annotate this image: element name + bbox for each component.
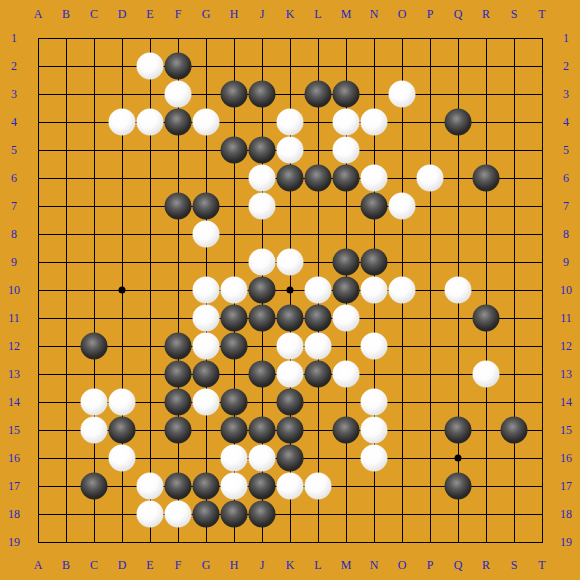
black-stone: ● xyxy=(333,165,360,192)
row-label-left: 16 xyxy=(8,452,20,464)
white-stone: ○ xyxy=(137,473,164,500)
white-stone: ○ xyxy=(361,445,388,472)
black-stone: ● xyxy=(165,361,192,388)
white-stone: ○ xyxy=(109,445,136,472)
row-label-left: 14 xyxy=(8,396,20,408)
white-stone: ○ xyxy=(81,417,108,444)
column-label-bottom: K xyxy=(286,559,295,571)
column-label-top: H xyxy=(230,8,239,20)
column-label-top: L xyxy=(314,8,321,20)
column-label-bottom: H xyxy=(230,559,239,571)
row-label-right: 6 xyxy=(563,172,569,184)
row-label-right: 16 xyxy=(560,452,572,464)
white-stone: ○ xyxy=(165,81,192,108)
white-stone: ○ xyxy=(277,333,304,360)
white-stone: ○ xyxy=(277,361,304,388)
column-label-top: S xyxy=(511,8,518,20)
white-stone: ○ xyxy=(333,361,360,388)
black-stone: ● xyxy=(165,473,192,500)
black-stone: ● xyxy=(249,81,276,108)
black-stone: ● xyxy=(305,81,332,108)
row-label-right: 5 xyxy=(563,144,569,156)
column-label-bottom: R xyxy=(482,559,490,571)
white-stone: ○ xyxy=(361,109,388,136)
black-stone: ● xyxy=(165,193,192,220)
row-label-left: 18 xyxy=(8,508,20,520)
white-stone: ○ xyxy=(389,193,416,220)
white-stone: ○ xyxy=(249,165,276,192)
column-label-top: N xyxy=(370,8,379,20)
black-stone: ● xyxy=(165,333,192,360)
white-stone: ○ xyxy=(305,333,332,360)
black-stone: ● xyxy=(249,361,276,388)
board-grid-line xyxy=(430,38,431,543)
black-stone: ● xyxy=(249,417,276,444)
black-stone: ● xyxy=(249,277,276,304)
column-label-bottom: B xyxy=(62,559,70,571)
white-stone: ○ xyxy=(361,333,388,360)
black-stone: ● xyxy=(249,305,276,332)
column-label-bottom: O xyxy=(398,559,407,571)
black-stone: ● xyxy=(445,109,472,136)
white-stone: ○ xyxy=(109,109,136,136)
row-label-right: 2 xyxy=(563,60,569,72)
black-stone: ● xyxy=(81,473,108,500)
row-label-left: 12 xyxy=(8,340,20,352)
black-stone: ● xyxy=(361,193,388,220)
white-stone: ○ xyxy=(305,473,332,500)
white-stone: ○ xyxy=(361,417,388,444)
row-label-left: 7 xyxy=(11,200,17,212)
white-stone: ○ xyxy=(137,501,164,528)
white-stone: ○ xyxy=(389,81,416,108)
black-stone: ● xyxy=(221,389,248,416)
column-label-top: F xyxy=(175,8,182,20)
column-label-bottom: L xyxy=(314,559,321,571)
row-label-right: 19 xyxy=(560,536,572,548)
white-stone: ○ xyxy=(361,277,388,304)
black-stone: ● xyxy=(473,305,500,332)
column-label-bottom: Q xyxy=(454,559,463,571)
row-label-right: 12 xyxy=(560,340,572,352)
black-stone: ● xyxy=(249,473,276,500)
white-stone: ○ xyxy=(249,193,276,220)
white-stone: ○ xyxy=(193,109,220,136)
column-label-bottom: D xyxy=(118,559,127,571)
black-stone: ● xyxy=(221,81,248,108)
column-label-top: T xyxy=(538,8,545,20)
row-label-left: 9 xyxy=(11,256,17,268)
black-stone: ● xyxy=(333,81,360,108)
row-label-left: 11 xyxy=(8,312,20,324)
black-stone: ● xyxy=(249,137,276,164)
board-grid-line xyxy=(38,514,543,515)
white-stone: ○ xyxy=(277,137,304,164)
row-label-right: 7 xyxy=(563,200,569,212)
row-label-left: 1 xyxy=(11,32,17,44)
column-label-bottom: J xyxy=(260,559,265,571)
row-label-right: 9 xyxy=(563,256,569,268)
star-point xyxy=(455,455,462,462)
row-label-right: 4 xyxy=(563,116,569,128)
white-stone: ○ xyxy=(361,165,388,192)
white-stone: ○ xyxy=(445,277,472,304)
white-stone: ○ xyxy=(109,389,136,416)
row-label-right: 13 xyxy=(560,368,572,380)
black-stone: ● xyxy=(277,305,304,332)
row-label-right: 10 xyxy=(560,284,572,296)
row-label-right: 1 xyxy=(563,32,569,44)
column-label-top: J xyxy=(260,8,265,20)
column-label-top: Q xyxy=(454,8,463,20)
row-label-left: 17 xyxy=(8,480,20,492)
white-stone: ○ xyxy=(361,389,388,416)
column-label-bottom: G xyxy=(202,559,211,571)
column-label-bottom: P xyxy=(427,559,434,571)
black-stone: ● xyxy=(333,249,360,276)
star-point xyxy=(287,287,294,294)
column-label-top: R xyxy=(482,8,490,20)
row-label-left: 8 xyxy=(11,228,17,240)
black-stone: ● xyxy=(221,417,248,444)
white-stone: ○ xyxy=(249,249,276,276)
column-label-top: M xyxy=(341,8,352,20)
row-label-right: 15 xyxy=(560,424,572,436)
row-label-left: 15 xyxy=(8,424,20,436)
white-stone: ○ xyxy=(389,277,416,304)
board-grid-line xyxy=(542,38,543,543)
black-stone: ● xyxy=(249,501,276,528)
black-stone: ● xyxy=(221,333,248,360)
white-stone: ○ xyxy=(333,137,360,164)
column-label-top: O xyxy=(398,8,407,20)
black-stone: ● xyxy=(81,333,108,360)
row-label-left: 10 xyxy=(8,284,20,296)
black-stone: ● xyxy=(333,277,360,304)
row-label-left: 13 xyxy=(8,368,20,380)
white-stone: ○ xyxy=(277,109,304,136)
column-label-bottom: M xyxy=(341,559,352,571)
column-label-top: C xyxy=(90,8,98,20)
column-label-bottom: C xyxy=(90,559,98,571)
white-stone: ○ xyxy=(81,389,108,416)
white-stone: ○ xyxy=(333,109,360,136)
white-stone: ○ xyxy=(221,473,248,500)
black-stone: ● xyxy=(501,417,528,444)
row-label-right: 18 xyxy=(560,508,572,520)
column-label-bottom: N xyxy=(370,559,379,571)
black-stone: ● xyxy=(193,473,220,500)
column-label-top: E xyxy=(146,8,153,20)
black-stone: ● xyxy=(165,389,192,416)
row-label-right: 17 xyxy=(560,480,572,492)
star-point xyxy=(119,287,126,294)
black-stone: ● xyxy=(333,417,360,444)
black-stone: ● xyxy=(165,417,192,444)
white-stone: ○ xyxy=(193,221,220,248)
go-board[interactable]: AABBCCDDEEFFGGHHJJKKLLMMNNOOPPQQRRSSTT11… xyxy=(0,0,580,580)
column-label-top: B xyxy=(62,8,70,20)
white-stone: ○ xyxy=(193,333,220,360)
black-stone: ● xyxy=(445,417,472,444)
black-stone: ● xyxy=(221,137,248,164)
white-stone: ○ xyxy=(417,165,444,192)
black-stone: ● xyxy=(277,417,304,444)
white-stone: ○ xyxy=(277,473,304,500)
column-label-bottom: S xyxy=(511,559,518,571)
row-label-left: 6 xyxy=(11,172,17,184)
black-stone: ● xyxy=(361,249,388,276)
white-stone: ○ xyxy=(193,277,220,304)
row-label-right: 8 xyxy=(563,228,569,240)
white-stone: ○ xyxy=(137,109,164,136)
white-stone: ○ xyxy=(137,53,164,80)
white-stone: ○ xyxy=(193,305,220,332)
black-stone: ● xyxy=(305,165,332,192)
black-stone: ● xyxy=(165,109,192,136)
row-label-right: 14 xyxy=(560,396,572,408)
black-stone: ● xyxy=(221,501,248,528)
white-stone: ○ xyxy=(221,277,248,304)
row-label-right: 11 xyxy=(560,312,572,324)
black-stone: ● xyxy=(305,361,332,388)
black-stone: ● xyxy=(277,165,304,192)
row-label-left: 2 xyxy=(11,60,17,72)
white-stone: ○ xyxy=(305,277,332,304)
column-label-bottom: E xyxy=(146,559,153,571)
column-label-top: D xyxy=(118,8,127,20)
white-stone: ○ xyxy=(333,305,360,332)
row-label-left: 5 xyxy=(11,144,17,156)
black-stone: ● xyxy=(305,305,332,332)
white-stone: ○ xyxy=(193,389,220,416)
column-label-top: K xyxy=(286,8,295,20)
row-label-left: 19 xyxy=(8,536,20,548)
black-stone: ● xyxy=(445,473,472,500)
white-stone: ○ xyxy=(165,501,192,528)
black-stone: ● xyxy=(277,445,304,472)
column-label-bottom: T xyxy=(538,559,545,571)
board-grid-line xyxy=(38,542,543,543)
board-grid-line xyxy=(486,38,487,543)
white-stone: ○ xyxy=(249,445,276,472)
white-stone: ○ xyxy=(221,445,248,472)
row-label-left: 3 xyxy=(11,88,17,100)
black-stone: ● xyxy=(277,389,304,416)
black-stone: ● xyxy=(109,417,136,444)
white-stone: ○ xyxy=(473,361,500,388)
column-label-top: G xyxy=(202,8,211,20)
row-label-left: 4 xyxy=(11,116,17,128)
white-stone: ○ xyxy=(277,249,304,276)
board-grid-line xyxy=(514,38,515,543)
column-label-bottom: A xyxy=(34,559,43,571)
black-stone: ● xyxy=(193,361,220,388)
black-stone: ● xyxy=(193,193,220,220)
column-label-top: A xyxy=(34,8,43,20)
black-stone: ● xyxy=(473,165,500,192)
black-stone: ● xyxy=(193,501,220,528)
column-label-top: P xyxy=(427,8,434,20)
row-label-right: 3 xyxy=(563,88,569,100)
black-stone: ● xyxy=(221,305,248,332)
black-stone: ● xyxy=(165,53,192,80)
column-label-bottom: F xyxy=(175,559,182,571)
